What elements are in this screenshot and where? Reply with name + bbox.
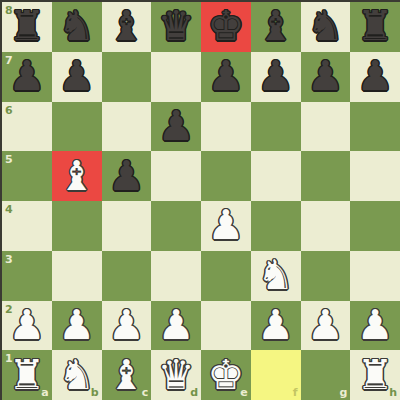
piece-black-knight-b8[interactable]: ♞ [52, 2, 102, 52]
square-c5[interactable]: ♟ [102, 151, 152, 201]
square-e5[interactable] [201, 151, 251, 201]
square-e8[interactable]: ♚ [201, 2, 251, 52]
square-h2[interactable]: ♟ [350, 301, 400, 351]
piece-white-pawn-d2[interactable]: ♟ [151, 301, 201, 351]
square-d7[interactable] [151, 52, 201, 102]
piece-black-king-e8[interactable]: ♚ [201, 2, 251, 52]
square-g4[interactable] [301, 201, 351, 251]
square-c4[interactable] [102, 201, 152, 251]
square-d1[interactable]: d♛ [151, 350, 201, 400]
square-g5[interactable] [301, 151, 351, 201]
piece-white-bishop-c1[interactable]: ♝ [102, 350, 152, 400]
square-h7[interactable]: ♟ [350, 52, 400, 102]
piece-black-queen-d8[interactable]: ♛ [151, 2, 201, 52]
square-h4[interactable] [350, 201, 400, 251]
square-h5[interactable] [350, 151, 400, 201]
piece-white-queen-d1[interactable]: ♛ [151, 350, 201, 400]
piece-white-knight-b1[interactable]: ♞ [52, 350, 102, 400]
piece-white-pawn-g2[interactable]: ♟ [301, 301, 351, 351]
piece-white-king-e1[interactable]: ♚ [201, 350, 251, 400]
square-d3[interactable] [151, 251, 201, 301]
piece-black-rook-h8[interactable]: ♜ [350, 2, 400, 52]
piece-black-bishop-c8[interactable]: ♝ [102, 2, 152, 52]
piece-black-rook-a8[interactable]: ♜ [2, 2, 52, 52]
piece-white-pawn-c2[interactable]: ♟ [102, 301, 152, 351]
square-a1[interactable]: 1a♜ [2, 350, 52, 400]
square-a8[interactable]: 8♜ [2, 2, 52, 52]
square-a7[interactable]: 7♟ [2, 52, 52, 102]
square-d2[interactable]: ♟ [151, 301, 201, 351]
square-c8[interactable]: ♝ [102, 2, 152, 52]
piece-white-pawn-b2[interactable]: ♟ [52, 301, 102, 351]
square-g3[interactable] [301, 251, 351, 301]
square-d5[interactable] [151, 151, 201, 201]
square-g6[interactable] [301, 102, 351, 152]
piece-white-pawn-f2[interactable]: ♟ [251, 301, 301, 351]
piece-white-pawn-h2[interactable]: ♟ [350, 301, 400, 351]
file-label-f: f [293, 386, 298, 399]
square-h8[interactable]: ♜ [350, 2, 400, 52]
square-h6[interactable] [350, 102, 400, 152]
square-d6[interactable]: ♟ [151, 102, 201, 152]
square-g8[interactable]: ♞ [301, 2, 351, 52]
square-d4[interactable] [151, 201, 201, 251]
square-e1[interactable]: e♚ [201, 350, 251, 400]
square-f6[interactable] [251, 102, 301, 152]
piece-black-pawn-g7[interactable]: ♟ [301, 52, 351, 102]
square-b7[interactable]: ♟ [52, 52, 102, 102]
square-c3[interactable] [102, 251, 152, 301]
square-h1[interactable]: h♜ [350, 350, 400, 400]
square-b8[interactable]: ♞ [52, 2, 102, 52]
square-c7[interactable] [102, 52, 152, 102]
square-b6[interactable] [52, 102, 102, 152]
square-f7[interactable]: ♟ [251, 52, 301, 102]
square-b4[interactable] [52, 201, 102, 251]
square-g1[interactable]: g [301, 350, 351, 400]
square-a5[interactable]: 5 [2, 151, 52, 201]
square-e7[interactable]: ♟ [201, 52, 251, 102]
square-g2[interactable]: ♟ [301, 301, 351, 351]
piece-white-bishop-b5[interactable]: ♝ [52, 151, 102, 201]
square-b2[interactable]: ♟ [52, 301, 102, 351]
square-b3[interactable] [52, 251, 102, 301]
piece-black-pawn-f7[interactable]: ♟ [251, 52, 301, 102]
square-f5[interactable] [251, 151, 301, 201]
piece-black-pawn-h7[interactable]: ♟ [350, 52, 400, 102]
square-e2[interactable] [201, 301, 251, 351]
square-d8[interactable]: ♛ [151, 2, 201, 52]
square-c6[interactable] [102, 102, 152, 152]
square-f1[interactable]: f [251, 350, 301, 400]
square-f4[interactable] [251, 201, 301, 251]
rank-label-6: 6 [5, 104, 13, 117]
square-b1[interactable]: b♞ [52, 350, 102, 400]
rank-label-4: 4 [5, 203, 13, 216]
piece-white-pawn-e4[interactable]: ♟ [201, 201, 251, 251]
piece-black-pawn-e7[interactable]: ♟ [201, 52, 251, 102]
square-c2[interactable]: ♟ [102, 301, 152, 351]
file-label-g: g [339, 386, 347, 399]
piece-white-rook-a1[interactable]: ♜ [2, 350, 52, 400]
square-e6[interactable] [201, 102, 251, 152]
square-a3[interactable]: 3 [2, 251, 52, 301]
piece-white-pawn-a2[interactable]: ♟ [2, 301, 52, 351]
square-a2[interactable]: 2♟ [2, 301, 52, 351]
square-f8[interactable]: ♝ [251, 2, 301, 52]
square-a6[interactable]: 6 [2, 102, 52, 152]
piece-black-pawn-b7[interactable]: ♟ [52, 52, 102, 102]
piece-black-pawn-a7[interactable]: ♟ [2, 52, 52, 102]
square-h3[interactable] [350, 251, 400, 301]
chess-board: 8♜♞♝♛♚♝♞♜7♟♟♟♟♟♟6♟5♝♟4♟3♞2♟♟♟♟♟♟♟1a♜b♞c♝… [0, 0, 400, 400]
square-e3[interactable] [201, 251, 251, 301]
square-c1[interactable]: c♝ [102, 350, 152, 400]
piece-black-pawn-c5[interactable]: ♟ [102, 151, 152, 201]
piece-black-pawn-d6[interactable]: ♟ [151, 102, 201, 152]
square-e4[interactable]: ♟ [201, 201, 251, 251]
piece-white-rook-h1[interactable]: ♜ [350, 350, 400, 400]
piece-black-knight-g8[interactable]: ♞ [301, 2, 351, 52]
rank-label-5: 5 [5, 153, 13, 166]
square-g7[interactable]: ♟ [301, 52, 351, 102]
piece-black-bishop-f8[interactable]: ♝ [251, 2, 301, 52]
rank-label-3: 3 [5, 253, 13, 266]
piece-white-knight-f3[interactable]: ♞ [251, 251, 301, 301]
square-f3[interactable]: ♞ [251, 251, 301, 301]
square-a4[interactable]: 4 [2, 201, 52, 251]
square-b5[interactable]: ♝ [52, 151, 102, 201]
square-f2[interactable]: ♟ [251, 301, 301, 351]
